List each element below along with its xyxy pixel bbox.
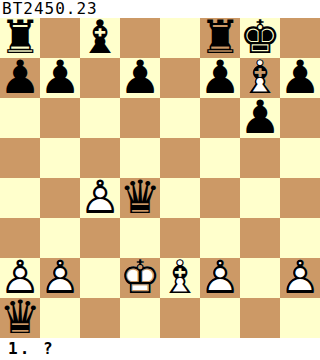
black-pawn-piece[interactable]: ♟ bbox=[239, 94, 280, 140]
square-f6[interactable] bbox=[200, 98, 240, 138]
black-pawn-piece[interactable]: ♟ bbox=[279, 54, 320, 100]
square-c1[interactable] bbox=[80, 298, 120, 338]
square-e4[interactable] bbox=[160, 178, 200, 218]
black-pawn-piece[interactable]: ♟ bbox=[119, 54, 160, 100]
square-d1[interactable] bbox=[120, 298, 160, 338]
square-d2[interactable]: ♚♔ bbox=[120, 258, 160, 298]
square-c6[interactable] bbox=[80, 98, 120, 138]
black-pawn-piece[interactable]: ♟ bbox=[39, 54, 80, 100]
square-b6[interactable] bbox=[40, 98, 80, 138]
square-b4[interactable] bbox=[40, 178, 80, 218]
square-g6[interactable]: ♟ bbox=[240, 98, 280, 138]
move-prompt: 1. ? bbox=[0, 338, 320, 360]
square-d7[interactable]: ♟ bbox=[120, 58, 160, 98]
square-a1[interactable]: ♛ bbox=[0, 298, 40, 338]
white-bishop-piece[interactable]: ♗ bbox=[159, 254, 200, 300]
chess-puzzle-app: BT2450.23 ♜♝♜♚♟♟♟♟♝♗♟♟♟♙♛♟♙♟♙♚♔♝♗♟♙♟♙♛ 1… bbox=[0, 0, 320, 360]
square-f1[interactable] bbox=[200, 298, 240, 338]
square-e5[interactable] bbox=[160, 138, 200, 178]
white-pawn-piece[interactable]: ♙ bbox=[79, 174, 120, 220]
square-e7[interactable] bbox=[160, 58, 200, 98]
square-h7[interactable]: ♟ bbox=[280, 58, 320, 98]
square-g1[interactable] bbox=[240, 298, 280, 338]
square-f4[interactable] bbox=[200, 178, 240, 218]
square-b7[interactable]: ♟ bbox=[40, 58, 80, 98]
square-h1[interactable] bbox=[280, 298, 320, 338]
square-e1[interactable] bbox=[160, 298, 200, 338]
black-queen-piece[interactable]: ♛ bbox=[0, 294, 41, 340]
square-h5[interactable] bbox=[280, 138, 320, 178]
square-f2[interactable]: ♟♙ bbox=[200, 258, 240, 298]
square-b5[interactable] bbox=[40, 138, 80, 178]
square-e2[interactable]: ♝♗ bbox=[160, 258, 200, 298]
black-pawn-piece[interactable]: ♟ bbox=[199, 54, 240, 100]
black-bishop-piece[interactable]: ♝ bbox=[79, 14, 120, 60]
square-f5[interactable] bbox=[200, 138, 240, 178]
white-pawn-piece[interactable]: ♙ bbox=[39, 254, 80, 300]
square-c7[interactable] bbox=[80, 58, 120, 98]
square-c4[interactable]: ♟♙ bbox=[80, 178, 120, 218]
square-a7[interactable]: ♟ bbox=[0, 58, 40, 98]
square-h6[interactable] bbox=[280, 98, 320, 138]
square-a6[interactable] bbox=[0, 98, 40, 138]
square-c3[interactable] bbox=[80, 218, 120, 258]
square-b2[interactable]: ♟♙ bbox=[40, 258, 80, 298]
square-e6[interactable] bbox=[160, 98, 200, 138]
square-a4[interactable] bbox=[0, 178, 40, 218]
black-pawn-piece[interactable]: ♟ bbox=[0, 54, 41, 100]
square-g5[interactable] bbox=[240, 138, 280, 178]
square-c8[interactable]: ♝ bbox=[80, 18, 120, 58]
white-pawn-piece[interactable]: ♙ bbox=[279, 254, 320, 300]
square-g4[interactable] bbox=[240, 178, 280, 218]
square-d6[interactable] bbox=[120, 98, 160, 138]
square-h4[interactable] bbox=[280, 178, 320, 218]
white-king-piece[interactable]: ♔ bbox=[119, 254, 160, 300]
square-e8[interactable] bbox=[160, 18, 200, 58]
square-f7[interactable]: ♟ bbox=[200, 58, 240, 98]
square-g2[interactable] bbox=[240, 258, 280, 298]
square-b1[interactable] bbox=[40, 298, 80, 338]
white-pawn-piece[interactable]: ♙ bbox=[199, 254, 240, 300]
black-queen-piece[interactable]: ♛ bbox=[119, 174, 160, 220]
square-a5[interactable] bbox=[0, 138, 40, 178]
square-h2[interactable]: ♟♙ bbox=[280, 258, 320, 298]
square-c2[interactable] bbox=[80, 258, 120, 298]
square-d4[interactable]: ♛ bbox=[120, 178, 160, 218]
square-g3[interactable] bbox=[240, 218, 280, 258]
chess-board: ♜♝♜♚♟♟♟♟♝♗♟♟♟♙♛♟♙♟♙♚♔♝♗♟♙♟♙♛ bbox=[0, 18, 320, 338]
